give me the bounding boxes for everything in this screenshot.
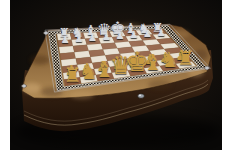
chess-box-scene [10, 0, 222, 150]
drawer-knob-highlight [139, 95, 141, 96]
chess-set-photo[interactable]: ♜♞♝♛♚♝♞♜♟♟♟♟♟♟♟♟♟♟♟♟♟♟♟♟♜♞♝♛♚♝♞♜ [10, 0, 222, 150]
burl-figure [70, 91, 94, 99]
drawer-knob[interactable] [138, 94, 145, 99]
burl-figure [23, 83, 41, 93]
letterboxed-photo: ♜♞♝♛♚♝♞♜♟♟♟♟♟♟♟♟♟♟♟♟♟♟♟♟♜♞♝♛♚♝♞♜ [0, 0, 240, 150]
burl-figure [30, 55, 50, 65]
burl-figure [148, 80, 172, 90]
